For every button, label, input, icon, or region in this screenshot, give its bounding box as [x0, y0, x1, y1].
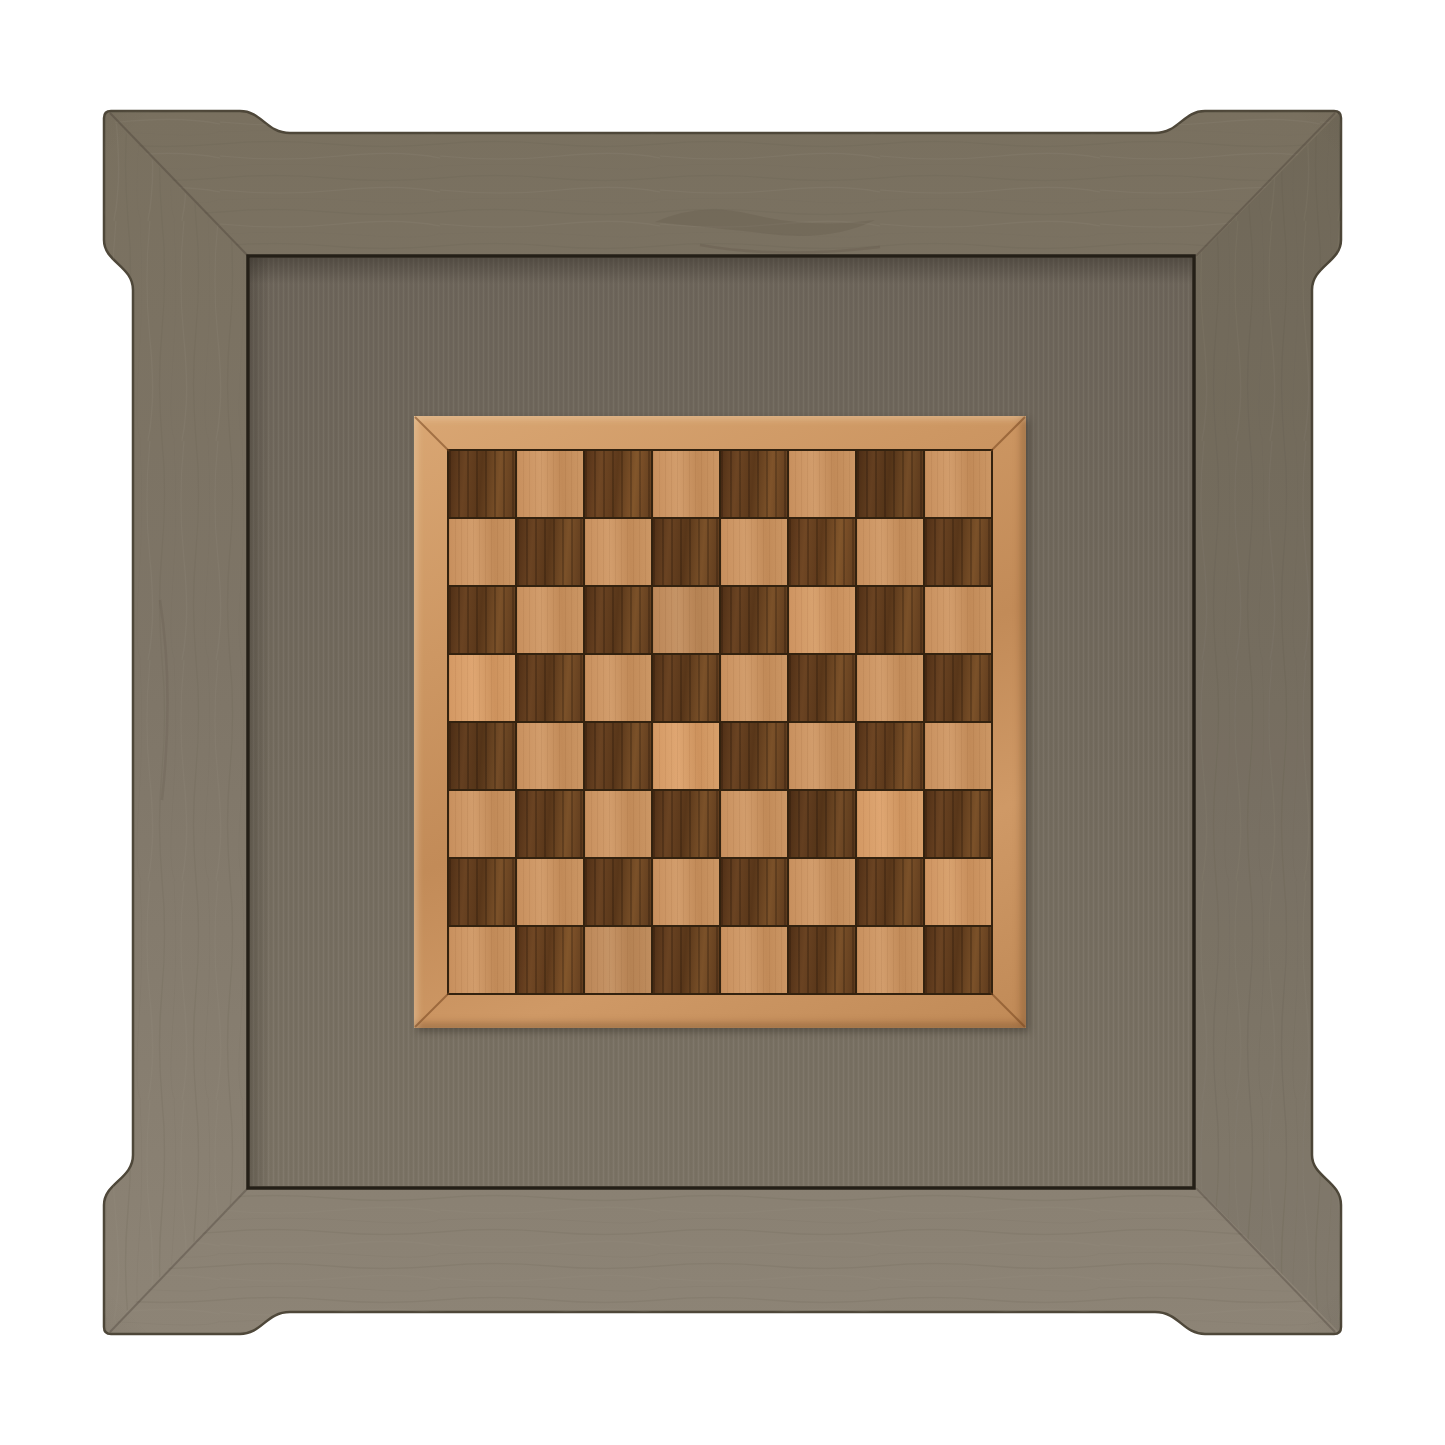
- square-b1[interactable]: [517, 927, 583, 993]
- square-c5[interactable]: [585, 655, 651, 721]
- square-e3[interactable]: [721, 791, 787, 857]
- square-b6[interactable]: [517, 587, 583, 653]
- square-h5[interactable]: [925, 655, 991, 721]
- square-e7[interactable]: [721, 519, 787, 585]
- square-h1[interactable]: [925, 927, 991, 993]
- square-c8[interactable]: [585, 451, 651, 517]
- square-b5[interactable]: [517, 655, 583, 721]
- square-a4[interactable]: [449, 723, 515, 789]
- square-h2[interactable]: [925, 859, 991, 925]
- product-photo-stage: [0, 0, 1445, 1445]
- square-d5[interactable]: [653, 655, 719, 721]
- game-board: [414, 416, 1026, 1028]
- square-c1[interactable]: [585, 927, 651, 993]
- square-e1[interactable]: [721, 927, 787, 993]
- square-h3[interactable]: [925, 791, 991, 857]
- square-f4[interactable]: [789, 723, 855, 789]
- square-g4[interactable]: [857, 723, 923, 789]
- square-a2[interactable]: [449, 859, 515, 925]
- square-g1[interactable]: [857, 927, 923, 993]
- square-c4[interactable]: [585, 723, 651, 789]
- square-a8[interactable]: [449, 451, 515, 517]
- square-c3[interactable]: [585, 791, 651, 857]
- square-d4[interactable]: [653, 723, 719, 789]
- square-b4[interactable]: [517, 723, 583, 789]
- square-c6[interactable]: [585, 587, 651, 653]
- square-h8[interactable]: [925, 451, 991, 517]
- square-g6[interactable]: [857, 587, 923, 653]
- square-e2[interactable]: [721, 859, 787, 925]
- square-g3[interactable]: [857, 791, 923, 857]
- square-f8[interactable]: [789, 451, 855, 517]
- square-f2[interactable]: [789, 859, 855, 925]
- square-f5[interactable]: [789, 655, 855, 721]
- square-e6[interactable]: [721, 587, 787, 653]
- board-grid: [447, 449, 993, 995]
- square-e4[interactable]: [721, 723, 787, 789]
- square-g5[interactable]: [857, 655, 923, 721]
- square-b8[interactable]: [517, 451, 583, 517]
- square-h6[interactable]: [925, 587, 991, 653]
- square-d3[interactable]: [653, 791, 719, 857]
- square-g7[interactable]: [857, 519, 923, 585]
- square-h7[interactable]: [925, 519, 991, 585]
- square-b3[interactable]: [517, 791, 583, 857]
- square-f6[interactable]: [789, 587, 855, 653]
- square-d8[interactable]: [653, 451, 719, 517]
- square-a6[interactable]: [449, 587, 515, 653]
- square-h4[interactable]: [925, 723, 991, 789]
- square-e8[interactable]: [721, 451, 787, 517]
- square-d2[interactable]: [653, 859, 719, 925]
- square-f1[interactable]: [789, 927, 855, 993]
- square-c7[interactable]: [585, 519, 651, 585]
- square-e5[interactable]: [721, 655, 787, 721]
- square-d1[interactable]: [653, 927, 719, 993]
- square-b2[interactable]: [517, 859, 583, 925]
- square-c2[interactable]: [585, 859, 651, 925]
- square-a5[interactable]: [449, 655, 515, 721]
- square-a7[interactable]: [449, 519, 515, 585]
- square-a3[interactable]: [449, 791, 515, 857]
- square-g2[interactable]: [857, 859, 923, 925]
- square-a1[interactable]: [449, 927, 515, 993]
- square-f7[interactable]: [789, 519, 855, 585]
- square-d6[interactable]: [653, 587, 719, 653]
- square-d7[interactable]: [653, 519, 719, 585]
- square-f3[interactable]: [789, 791, 855, 857]
- square-b7[interactable]: [517, 519, 583, 585]
- square-g8[interactable]: [857, 451, 923, 517]
